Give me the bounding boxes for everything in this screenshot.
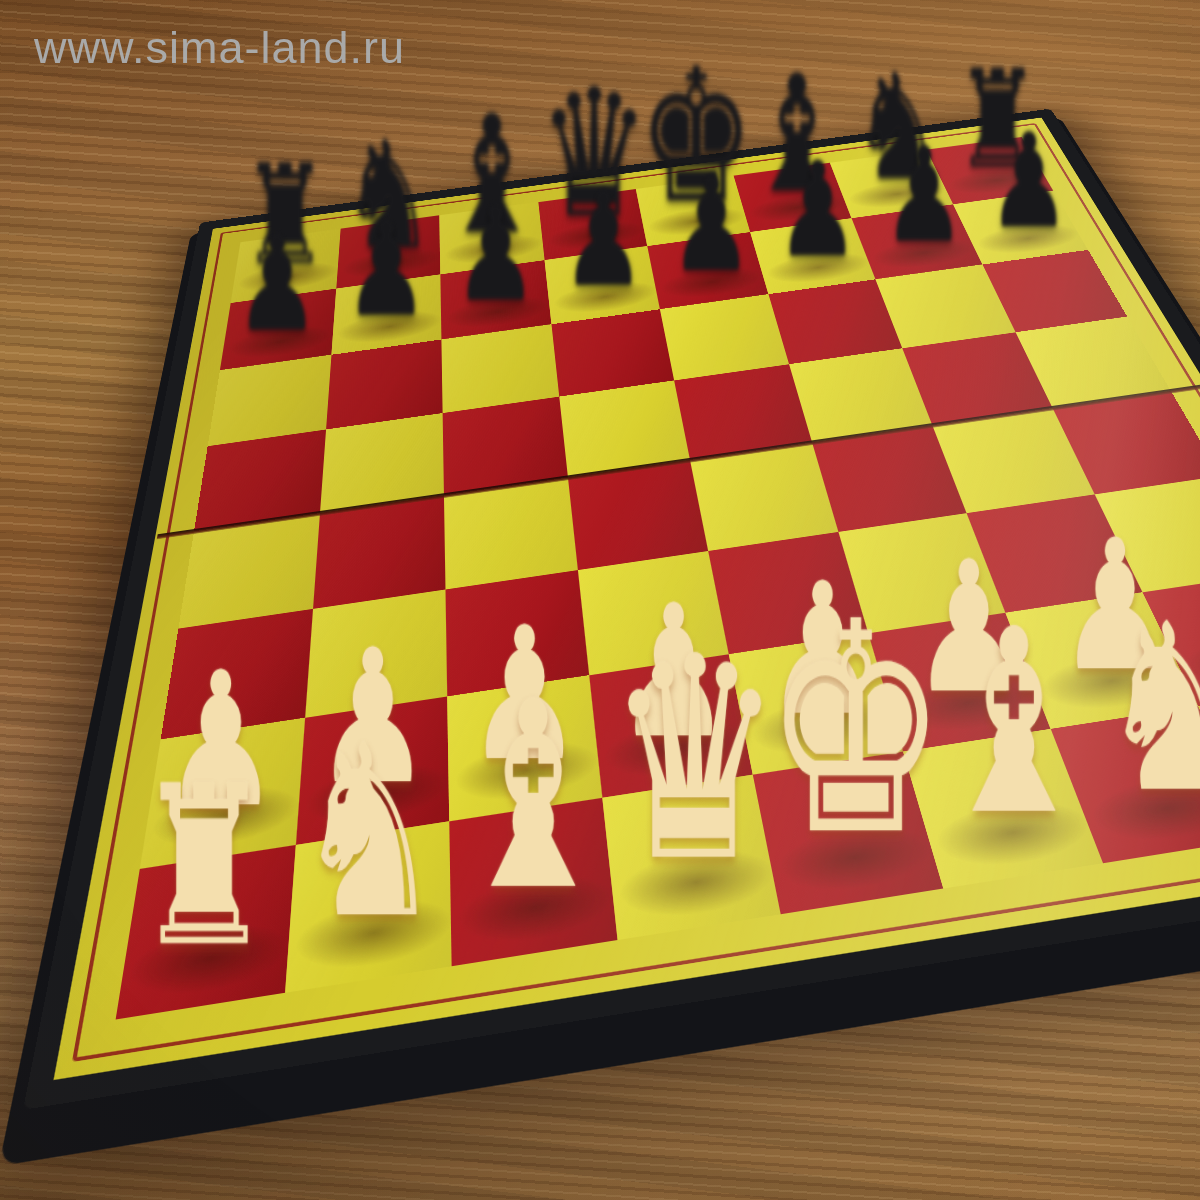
piece-white-queen: ♛ [607,620,783,900]
watermark: www.sima-land.ru [34,22,405,74]
piece-black-pawn: ♟ [235,217,319,350]
chessboard-scene: ♜♞♝♛♚♝♞♜♟♟♟♟♟♟♟♟♟♟♟♟♟♟♟♟♜♞♝♛♚♝♞♜ [0,0,1200,1200]
piece-white-rook: ♜ [135,758,273,978]
piece-black-pawn: ♟ [454,187,537,320]
piece-black-pawn: ♟ [883,130,965,261]
piece-white-bishop: ♝ [452,668,614,926]
piece-white-knight: ♞ [295,714,444,952]
chessboard: ♜♞♝♛♚♝♞♜♟♟♟♟♟♟♟♟♟♟♟♟♟♟♟♟♜♞♝♛♚♝♞♜ [23,109,1200,1110]
product-photo: ♜♞♝♛♚♝♞♜♟♟♟♟♟♟♟♟♟♟♟♟♟♟♟♟♜♞♝♛♚♝♞♜ www.sim… [0,0,1200,1200]
piece-white-king: ♚ [764,583,947,875]
piece-black-pawn: ♟ [988,116,1070,246]
piece-black-pawn: ♟ [345,202,428,335]
piece-black-pawn: ♟ [670,158,753,290]
piece-black-pawn: ♟ [562,173,645,305]
piece-white-bishop: ♝ [935,596,1094,850]
piece-white-knight: ♞ [1099,594,1200,826]
piece-black-pawn: ♟ [777,144,859,275]
